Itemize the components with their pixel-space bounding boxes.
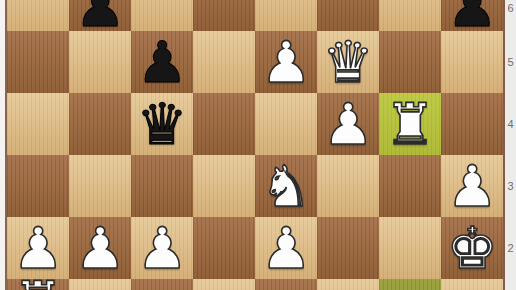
rank-label-4: 4 [505,118,516,130]
white-pawn: ♟ [317,93,379,155]
square-f2[interactable] [317,217,379,279]
rank-label-5: 5 [505,56,516,68]
square-c2[interactable]: ♟ [131,217,193,279]
chessboard-screenshot: ♟♟♟♟♛♛♟♜♞♟♟♟♟♟♚♜ 6 5 4 3 2 [0,0,516,290]
square-a3[interactable] [7,155,69,217]
white-queen: ♛ [317,31,379,93]
square-b1[interactable] [69,279,131,290]
square-b4[interactable] [69,93,131,155]
square-f4[interactable]: ♟ [317,93,379,155]
square-a5[interactable] [7,31,69,93]
square-d6[interactable] [193,0,255,31]
square-h4[interactable] [441,93,503,155]
square-g6[interactable] [379,0,441,31]
chess-board: ♟♟♟♟♛♛♟♜♞♟♟♟♟♟♚♜ [7,0,503,290]
square-b2[interactable]: ♟ [69,217,131,279]
white-pawn: ♟ [441,155,503,217]
square-b5[interactable] [69,31,131,93]
square-a4[interactable] [7,93,69,155]
square-c4[interactable]: ♛ [131,93,193,155]
square-g5[interactable] [379,31,441,93]
white-pawn: ♟ [131,217,193,279]
rank-label-6: 6 [505,2,516,14]
square-d1[interactable] [193,279,255,290]
white-pawn: ♟ [69,217,131,279]
square-f3[interactable] [317,155,379,217]
rank-label-3: 3 [505,180,516,192]
rank-coordinate-strip: 6 5 4 3 2 [505,0,516,290]
square-a1[interactable]: ♜ [7,279,69,290]
square-h3[interactable]: ♟ [441,155,503,217]
white-pawn: ♟ [255,217,317,279]
white-king: ♚ [441,217,503,279]
square-f5[interactable]: ♛ [317,31,379,93]
white-pawn: ♟ [255,31,317,93]
square-e4[interactable] [255,93,317,155]
square-c3[interactable] [131,155,193,217]
square-d3[interactable] [193,155,255,217]
square-e3[interactable]: ♞ [255,155,317,217]
black-pawn: ♟ [131,31,193,93]
black-queen: ♛ [131,93,193,155]
square-e1[interactable] [255,279,317,290]
white-rook: ♜ [7,271,69,290]
square-e2[interactable]: ♟ [255,217,317,279]
square-h2[interactable]: ♚ [441,217,503,279]
square-d2[interactable] [193,217,255,279]
square-a6[interactable] [7,0,69,31]
square-c1[interactable] [131,279,193,290]
square-h1[interactable] [441,279,503,290]
square-g1[interactable] [379,279,441,290]
square-h6[interactable]: ♟ [441,0,503,31]
square-c5[interactable]: ♟ [131,31,193,93]
square-f1[interactable] [317,279,379,290]
square-g2[interactable] [379,217,441,279]
square-d4[interactable] [193,93,255,155]
square-d5[interactable] [193,31,255,93]
square-h5[interactable] [441,31,503,93]
square-g3[interactable] [379,155,441,217]
white-rook: ♜ [379,93,441,155]
rank-label-2: 2 [505,242,516,254]
square-b6[interactable]: ♟ [69,0,131,31]
square-e5[interactable]: ♟ [255,31,317,93]
white-knight: ♞ [255,155,317,217]
square-g4[interactable]: ♜ [379,93,441,155]
board-left-edge [5,0,7,290]
square-b3[interactable] [69,155,131,217]
square-f6[interactable] [317,0,379,31]
square-c6[interactable] [131,0,193,31]
square-e6[interactable] [255,0,317,31]
